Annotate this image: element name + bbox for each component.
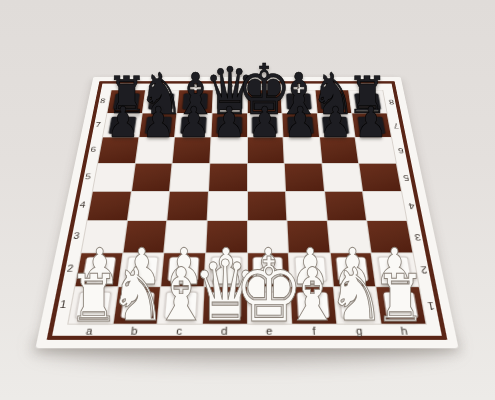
piece-black-pawn-b7[interactable]: ♟ xyxy=(142,102,175,144)
square-c5[interactable] xyxy=(170,164,209,191)
piece-black-pawn-f7[interactable]: ♟ xyxy=(284,102,317,144)
square-e4[interactable] xyxy=(248,191,287,220)
photo-canvas: aabbccddeeffgghh1122334455667788 ♜♞♝♛♚♝♞… xyxy=(0,0,495,400)
square-h4[interactable] xyxy=(363,191,406,220)
piece-black-pawn-d7[interactable]: ♟ xyxy=(213,102,246,144)
square-f4[interactable] xyxy=(286,191,326,220)
piece-white-rook-h1[interactable]: ♜ xyxy=(375,266,426,331)
square-a4[interactable] xyxy=(88,191,131,220)
square-g5[interactable] xyxy=(322,164,362,191)
square-c4[interactable] xyxy=(168,191,208,220)
piece-black-pawn-c7[interactable]: ♟ xyxy=(177,102,210,144)
square-f5[interactable] xyxy=(285,164,324,191)
piece-black-pawn-a7[interactable]: ♟ xyxy=(106,102,139,144)
piece-black-pawn-h7[interactable]: ♟ xyxy=(355,102,388,144)
square-d5[interactable] xyxy=(209,164,247,191)
square-h5[interactable] xyxy=(360,164,401,191)
piece-black-pawn-g7[interactable]: ♟ xyxy=(319,102,352,144)
square-b5[interactable] xyxy=(132,164,172,191)
piece-black-pawn-e7[interactable]: ♟ xyxy=(248,102,281,144)
square-a5[interactable] xyxy=(93,164,134,191)
square-b4[interactable] xyxy=(128,191,170,220)
square-d4[interactable] xyxy=(208,191,247,220)
square-e5[interactable] xyxy=(247,164,285,191)
square-g4[interactable] xyxy=(325,191,367,220)
